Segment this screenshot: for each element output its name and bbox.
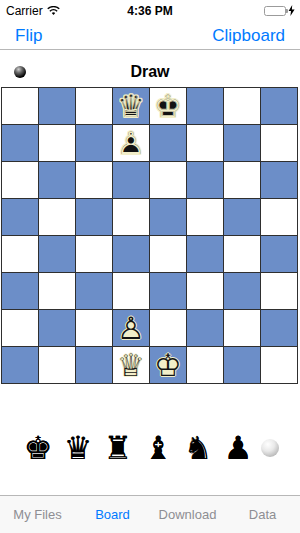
square-d6[interactable] <box>113 162 150 199</box>
square-e6[interactable] <box>150 162 187 199</box>
square-a1[interactable] <box>2 347 39 384</box>
square-e8[interactable]: ♚♔ <box>150 88 187 125</box>
tab-download[interactable]: Download <box>150 496 225 533</box>
square-a3[interactable] <box>2 273 39 310</box>
white-queen[interactable]: ♛♕ <box>113 347 149 383</box>
square-d2[interactable]: ♟♙ <box>113 310 150 347</box>
black-queen[interactable]: ♛♕ <box>113 88 149 124</box>
piece-tray: ♚♔♛♕♜♖♝♗♞♘♟♙ <box>0 428 300 468</box>
tab-data[interactable]: Data <box>225 496 300 533</box>
square-c7[interactable] <box>76 125 113 162</box>
square-h1[interactable] <box>261 347 298 384</box>
square-e4[interactable] <box>150 236 187 273</box>
square-f3[interactable] <box>187 273 224 310</box>
square-b1[interactable] <box>39 347 76 384</box>
square-f7[interactable] <box>187 125 224 162</box>
tab-bar: My FilesBoardDownloadData <box>0 495 300 533</box>
square-a8[interactable] <box>2 88 39 125</box>
square-h7[interactable] <box>261 125 298 162</box>
square-b3[interactable] <box>39 273 76 310</box>
tray-black-king[interactable]: ♚♔ <box>21 429 55 467</box>
battery-icon <box>264 6 286 16</box>
square-g5[interactable] <box>224 199 261 236</box>
square-b7[interactable] <box>39 125 76 162</box>
square-d8[interactable]: ♛♕ <box>113 88 150 125</box>
clock: 4:36 PM <box>0 4 300 18</box>
square-e5[interactable] <box>150 199 187 236</box>
tray-black-bishop[interactable]: ♝♗ <box>141 429 175 467</box>
tray-black-knight[interactable]: ♞♘ <box>181 429 215 467</box>
square-h4[interactable] <box>261 236 298 273</box>
square-e2[interactable] <box>150 310 187 347</box>
square-d1[interactable]: ♛♕ <box>113 347 150 384</box>
black-king[interactable]: ♚♔ <box>150 88 186 124</box>
square-c6[interactable] <box>76 162 113 199</box>
square-f6[interactable] <box>187 162 224 199</box>
square-c4[interactable] <box>76 236 113 273</box>
square-b6[interactable] <box>39 162 76 199</box>
square-g3[interactable] <box>224 273 261 310</box>
square-f2[interactable] <box>187 310 224 347</box>
white-side-ball[interactable] <box>14 394 27 407</box>
square-a5[interactable] <box>2 199 39 236</box>
square-c2[interactable] <box>76 310 113 347</box>
square-h2[interactable] <box>261 310 298 347</box>
square-g7[interactable] <box>224 125 261 162</box>
status-bar: Carrier 4:36 PM <box>0 0 300 20</box>
square-g4[interactable] <box>224 236 261 273</box>
chess-board: ♛♕♚♔♟♙♟♙♛♕♚♔ <box>1 87 298 384</box>
square-e7[interactable] <box>150 125 187 162</box>
square-b4[interactable] <box>39 236 76 273</box>
flip-button[interactable]: Flip <box>15 26 42 46</box>
square-f4[interactable] <box>187 236 224 273</box>
clipboard-button[interactable]: Clipboard <box>212 26 285 46</box>
square-d5[interactable] <box>113 199 150 236</box>
square-e3[interactable] <box>150 273 187 310</box>
square-h5[interactable] <box>261 199 298 236</box>
square-c5[interactable] <box>76 199 113 236</box>
square-b2[interactable] <box>39 310 76 347</box>
nav-bar: Flip Clipboard <box>0 20 300 50</box>
square-f1[interactable] <box>187 347 224 384</box>
square-d3[interactable] <box>113 273 150 310</box>
square-g6[interactable] <box>224 162 261 199</box>
square-a2[interactable] <box>2 310 39 347</box>
square-c3[interactable] <box>76 273 113 310</box>
square-h6[interactable] <box>261 162 298 199</box>
tray-black-rook[interactable]: ♜♖ <box>101 429 135 467</box>
square-f5[interactable] <box>187 199 224 236</box>
square-f8[interactable] <box>187 88 224 125</box>
square-g2[interactable] <box>224 310 261 347</box>
game-result-label: Draw <box>0 63 300 81</box>
square-h3[interactable] <box>261 273 298 310</box>
white-king[interactable]: ♚♔ <box>150 347 186 383</box>
tray-eraser-ball[interactable] <box>261 439 279 457</box>
square-a4[interactable] <box>2 236 39 273</box>
square-e1[interactable]: ♚♔ <box>150 347 187 384</box>
tray-black-queen[interactable]: ♛♕ <box>61 429 95 467</box>
square-b5[interactable] <box>39 199 76 236</box>
tab-board[interactable]: Board <box>75 496 150 533</box>
black-pawn[interactable]: ♟♙ <box>113 125 149 161</box>
charging-bolt-icon <box>288 5 295 16</box>
square-g8[interactable] <box>224 88 261 125</box>
tab-my-files[interactable]: My Files <box>0 496 75 533</box>
tray-black-pawn[interactable]: ♟♙ <box>221 429 255 467</box>
turn-row: Draw <box>0 61 300 83</box>
square-h8[interactable] <box>261 88 298 125</box>
square-d7[interactable]: ♟♙ <box>113 125 150 162</box>
square-a7[interactable] <box>2 125 39 162</box>
app-screen: Carrier 4:36 PM Flip Cl <box>0 0 300 533</box>
square-b8[interactable] <box>39 88 76 125</box>
square-a6[interactable] <box>2 162 39 199</box>
square-d4[interactable] <box>113 236 150 273</box>
square-c8[interactable] <box>76 88 113 125</box>
square-g1[interactable] <box>224 347 261 384</box>
white-pawn[interactable]: ♟♙ <box>113 310 149 346</box>
square-c1[interactable] <box>76 347 113 384</box>
